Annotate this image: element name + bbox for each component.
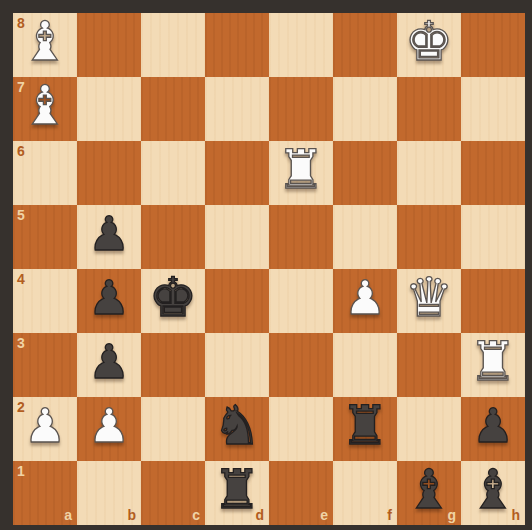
square-f4[interactable]: ♟ — [333, 269, 397, 333]
square-e2[interactable] — [269, 397, 333, 461]
square-h6[interactable] — [461, 141, 525, 205]
square-d1[interactable]: d♜ — [205, 461, 269, 525]
square-a1[interactable]: 1a — [13, 461, 77, 525]
rank-label-4: 4 — [17, 272, 25, 286]
square-b7[interactable] — [77, 77, 141, 141]
square-e1[interactable]: e — [269, 461, 333, 525]
square-e5[interactable] — [269, 205, 333, 269]
square-f3[interactable] — [333, 333, 397, 397]
square-b5[interactable]: ♟ — [77, 205, 141, 269]
white-king[interactable]: ♚ — [405, 10, 453, 74]
black-pawn[interactable]: ♟ — [88, 330, 130, 394]
square-d2[interactable]: ♞ — [205, 397, 269, 461]
square-c6[interactable] — [141, 141, 205, 205]
rank-label-1: 1 — [17, 464, 25, 478]
white-pawn[interactable]: ♟ — [344, 266, 386, 330]
square-f5[interactable] — [333, 205, 397, 269]
square-e4[interactable] — [269, 269, 333, 333]
square-e8[interactable] — [269, 13, 333, 77]
black-pawn[interactable]: ♟ — [88, 202, 130, 266]
black-pawn[interactable]: ♟ — [88, 266, 130, 330]
square-h5[interactable] — [461, 205, 525, 269]
white-queen[interactable]: ♛ — [405, 266, 453, 330]
rank-label-6: 6 — [17, 144, 25, 158]
square-d6[interactable] — [205, 141, 269, 205]
rank-label-5: 5 — [17, 208, 25, 222]
square-h4[interactable] — [461, 269, 525, 333]
square-c5[interactable] — [141, 205, 205, 269]
square-b3[interactable]: ♟ — [77, 333, 141, 397]
square-f6[interactable] — [333, 141, 397, 205]
file-label-c: c — [192, 508, 200, 522]
white-bishop[interactable]: ♝ — [21, 74, 69, 138]
black-rook[interactable]: ♜ — [341, 394, 389, 458]
file-label-b: b — [127, 508, 136, 522]
square-d4[interactable] — [205, 269, 269, 333]
black-knight[interactable]: ♞ — [213, 394, 261, 458]
black-bishop[interactable]: ♝ — [469, 458, 517, 522]
square-g6[interactable] — [397, 141, 461, 205]
square-b6[interactable] — [77, 141, 141, 205]
white-bishop[interactable]: ♝ — [21, 10, 69, 74]
white-pawn[interactable]: ♟ — [24, 394, 66, 458]
square-c1[interactable]: c — [141, 461, 205, 525]
square-a8[interactable]: 8♝ — [13, 13, 77, 77]
white-rook[interactable]: ♜ — [469, 330, 517, 394]
square-g8[interactable]: ♚ — [397, 13, 461, 77]
square-a5[interactable]: 5 — [13, 205, 77, 269]
square-h3[interactable]: ♜ — [461, 333, 525, 397]
square-g3[interactable] — [397, 333, 461, 397]
square-d3[interactable] — [205, 333, 269, 397]
square-d8[interactable] — [205, 13, 269, 77]
square-e3[interactable] — [269, 333, 333, 397]
square-b1[interactable]: b — [77, 461, 141, 525]
square-b8[interactable] — [77, 13, 141, 77]
square-h1[interactable]: h♝ — [461, 461, 525, 525]
square-g1[interactable]: g♝ — [397, 461, 461, 525]
rank-label-3: 3 — [17, 336, 25, 350]
square-f1[interactable]: f — [333, 461, 397, 525]
square-c7[interactable] — [141, 77, 205, 141]
chess-board: 8♝♚7♝6♜5♟4♟♚♟♛3♟♜2♟♟♞♜♟1abcd♜efg♝h♝ — [13, 13, 525, 525]
square-f2[interactable]: ♜ — [333, 397, 397, 461]
square-h8[interactable] — [461, 13, 525, 77]
square-f8[interactable] — [333, 13, 397, 77]
square-g5[interactable] — [397, 205, 461, 269]
square-c8[interactable] — [141, 13, 205, 77]
square-a7[interactable]: 7♝ — [13, 77, 77, 141]
square-c3[interactable] — [141, 333, 205, 397]
square-a2[interactable]: 2♟ — [13, 397, 77, 461]
chess-board-frame: 8♝♚7♝6♜5♟4♟♚♟♛3♟♜2♟♟♞♜♟1abcd♜efg♝h♝ — [0, 0, 532, 530]
white-rook[interactable]: ♜ — [277, 138, 325, 202]
square-b2[interactable]: ♟ — [77, 397, 141, 461]
square-e7[interactable] — [269, 77, 333, 141]
square-a6[interactable]: 6 — [13, 141, 77, 205]
square-g7[interactable] — [397, 77, 461, 141]
black-rook[interactable]: ♜ — [213, 458, 261, 522]
white-pawn[interactable]: ♟ — [88, 394, 130, 458]
black-pawn[interactable]: ♟ — [472, 394, 514, 458]
square-a3[interactable]: 3 — [13, 333, 77, 397]
square-h7[interactable] — [461, 77, 525, 141]
square-d5[interactable] — [205, 205, 269, 269]
file-label-e: e — [320, 508, 328, 522]
black-bishop[interactable]: ♝ — [405, 458, 453, 522]
square-e6[interactable]: ♜ — [269, 141, 333, 205]
file-label-a: a — [64, 508, 72, 522]
square-h2[interactable]: ♟ — [461, 397, 525, 461]
square-f7[interactable] — [333, 77, 397, 141]
square-a4[interactable]: 4 — [13, 269, 77, 333]
file-label-f: f — [387, 508, 392, 522]
square-g2[interactable] — [397, 397, 461, 461]
black-king[interactable]: ♚ — [149, 266, 197, 330]
square-c4[interactable]: ♚ — [141, 269, 205, 333]
square-b4[interactable]: ♟ — [77, 269, 141, 333]
square-g4[interactable]: ♛ — [397, 269, 461, 333]
square-c2[interactable] — [141, 397, 205, 461]
square-d7[interactable] — [205, 77, 269, 141]
